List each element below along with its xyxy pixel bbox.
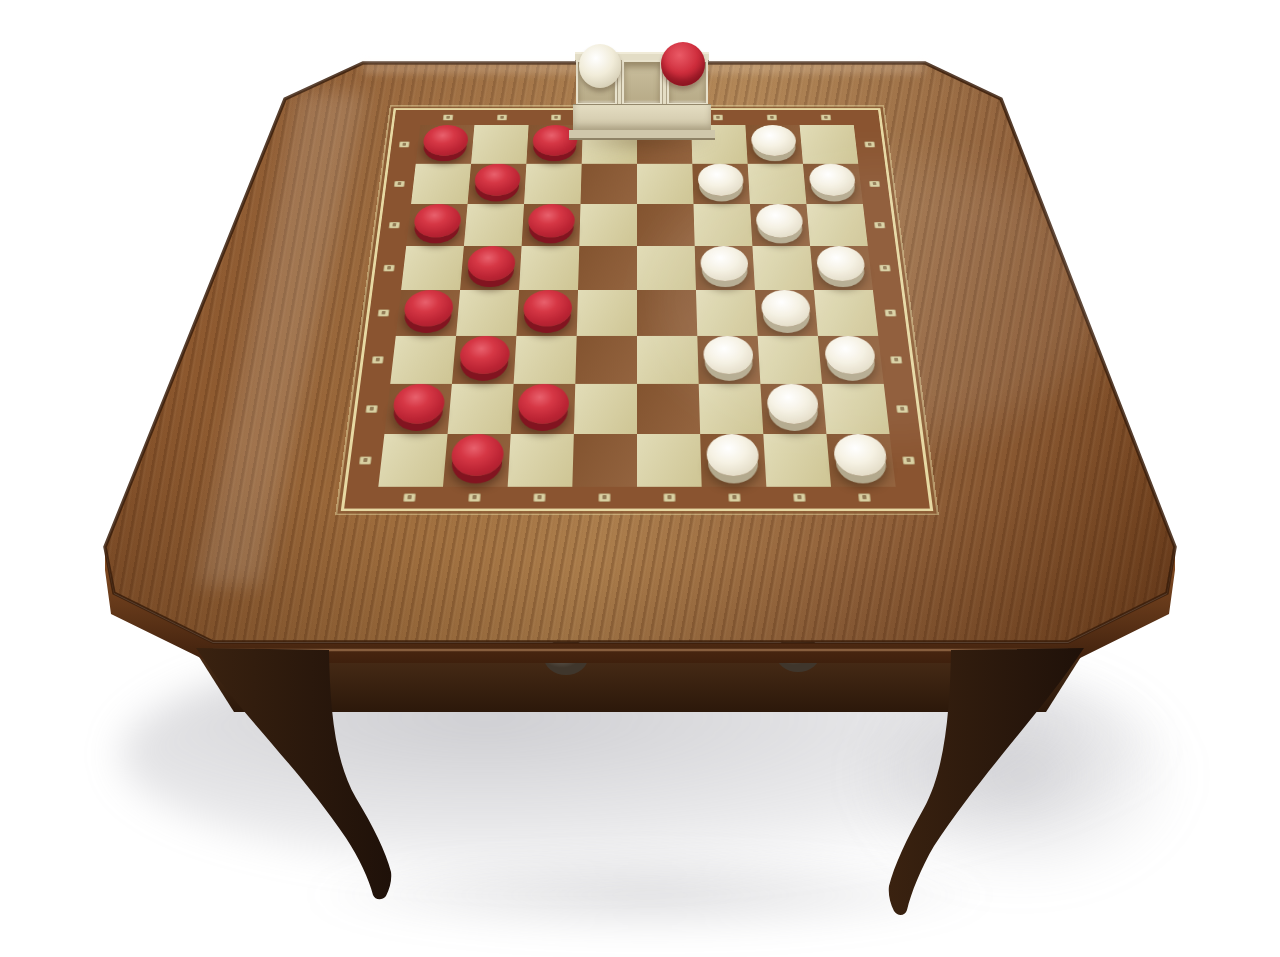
coordinate-label — [879, 264, 891, 271]
board-square[interactable] — [572, 434, 637, 487]
checker-white[interactable] — [815, 246, 866, 281]
checker-white[interactable] — [824, 335, 877, 373]
tray-ledge — [569, 130, 715, 140]
checker-red[interactable] — [450, 434, 505, 476]
checker-white[interactable] — [766, 383, 819, 423]
board-square[interactable] — [452, 336, 516, 384]
board-square[interactable] — [696, 290, 758, 336]
coordinate-label — [399, 141, 410, 147]
coordinate-label — [884, 309, 896, 316]
board-square[interactable] — [401, 246, 464, 290]
coordinate-label — [383, 264, 395, 271]
board-square[interactable] — [697, 336, 760, 384]
board-square[interactable] — [384, 384, 452, 434]
board-square[interactable] — [514, 336, 577, 384]
board-square[interactable] — [460, 246, 522, 290]
photo-scene — [0, 0, 1280, 957]
board-square[interactable] — [700, 434, 766, 487]
board-square[interactable] — [752, 246, 814, 290]
piece-tray — [573, 42, 711, 142]
coordinate-label — [902, 456, 915, 464]
coordinate-label — [378, 309, 390, 316]
coordinate-label — [890, 356, 902, 363]
spare-white-piece[interactable] — [579, 44, 621, 88]
coordinate-label — [497, 115, 508, 121]
board-square[interactable] — [637, 164, 693, 204]
board-square[interactable] — [522, 204, 581, 246]
checker-white[interactable] — [706, 434, 760, 476]
board-square[interactable] — [508, 434, 574, 487]
board-square[interactable] — [699, 384, 764, 434]
board-square[interactable] — [637, 246, 696, 290]
coordinate-label — [359, 456, 372, 464]
board-square[interactable] — [443, 434, 511, 487]
board-square[interactable] — [745, 125, 803, 164]
checker-red[interactable] — [466, 246, 516, 281]
checker-white[interactable] — [760, 290, 811, 327]
board-square[interactable] — [406, 204, 467, 246]
board-square[interactable] — [574, 384, 637, 434]
board-border — [344, 110, 930, 509]
board-square[interactable] — [693, 204, 752, 246]
checker-red[interactable] — [459, 335, 511, 373]
board-square[interactable] — [575, 336, 637, 384]
coordinate-label — [533, 493, 546, 501]
spare-red-piece[interactable] — [661, 42, 705, 86]
board-square[interactable] — [378, 434, 447, 487]
checker-red[interactable] — [523, 290, 573, 327]
coordinate-label — [372, 356, 384, 363]
coordinate-label — [468, 493, 481, 501]
checker-red[interactable] — [422, 125, 470, 156]
board-square[interactable] — [390, 336, 456, 384]
board-square[interactable] — [826, 434, 895, 487]
coordinate-label — [864, 141, 875, 147]
checker-white[interactable] — [750, 125, 797, 156]
coordinate-label — [874, 222, 886, 228]
board-square[interactable] — [695, 246, 755, 290]
board-square[interactable] — [755, 290, 818, 336]
checker-white[interactable] — [832, 434, 888, 476]
board-square[interactable] — [822, 384, 890, 434]
coordinate-label — [551, 115, 561, 121]
board-square[interactable] — [763, 434, 831, 487]
board-square[interactable] — [803, 164, 863, 204]
coordinate-label — [713, 115, 723, 121]
coordinate-label — [403, 493, 416, 501]
coordinate-label — [443, 115, 454, 121]
board-square[interactable] — [814, 290, 878, 336]
board-square[interactable] — [748, 164, 807, 204]
board-square[interactable] — [468, 164, 527, 204]
checker-red[interactable] — [474, 163, 522, 195]
coordinate-label — [767, 115, 778, 121]
checker-red[interactable] — [392, 383, 447, 423]
board-square[interactable] — [806, 204, 867, 246]
board-square[interactable] — [448, 384, 514, 434]
board-square[interactable] — [519, 246, 579, 290]
board-square[interactable] — [579, 204, 637, 246]
coordinate-label — [821, 115, 832, 121]
board-square[interactable] — [578, 246, 637, 290]
checker-red[interactable] — [403, 290, 455, 327]
board-square[interactable] — [637, 336, 699, 384]
coordinate-label — [869, 181, 880, 187]
board-square[interactable] — [758, 336, 822, 384]
board-square[interactable] — [524, 164, 582, 204]
board-square[interactable] — [800, 125, 859, 164]
board-square[interactable] — [818, 336, 884, 384]
checker-white[interactable] — [700, 246, 749, 281]
coordinate-label — [394, 181, 405, 187]
board-square[interactable] — [511, 384, 576, 434]
board-square[interactable] — [416, 125, 475, 164]
checker-red[interactable] — [413, 204, 463, 237]
board-square[interactable] — [411, 164, 471, 204]
board-square[interactable] — [396, 290, 460, 336]
coordinate-label — [389, 222, 401, 228]
board-square[interactable] — [471, 125, 529, 164]
board-square[interactable] — [810, 246, 873, 290]
board-square[interactable] — [464, 204, 524, 246]
coordinate-label — [663, 493, 675, 501]
board-square[interactable] — [581, 164, 637, 204]
coordinate-label — [858, 493, 871, 501]
coordinate-label — [896, 405, 909, 413]
tray-front-face — [573, 104, 711, 131]
board-square[interactable] — [692, 164, 750, 204]
board-square[interactable] — [637, 290, 697, 336]
board-square[interactable] — [750, 204, 810, 246]
board-square[interactable] — [637, 204, 695, 246]
board-square[interactable] — [456, 290, 519, 336]
tray-compartment-middle — [624, 62, 661, 103]
checker-red[interactable] — [527, 204, 575, 237]
board-square[interactable] — [637, 434, 702, 487]
board-square[interactable] — [760, 384, 826, 434]
checker-white[interactable] — [703, 335, 754, 373]
checker-white[interactable] — [755, 204, 804, 237]
board-square[interactable] — [637, 384, 700, 434]
board-square[interactable] — [516, 290, 578, 336]
checker-white[interactable] — [697, 163, 744, 195]
coordinate-label — [598, 493, 610, 501]
board-square[interactable] — [577, 290, 637, 336]
board-grid — [378, 125, 895, 487]
coordinate-label — [365, 405, 378, 413]
checker-red[interactable] — [517, 383, 569, 423]
coordinate-label — [793, 493, 806, 501]
coordinate-label — [728, 493, 741, 501]
checker-white[interactable] — [808, 163, 857, 195]
coordinate-band-bottom — [376, 490, 898, 505]
